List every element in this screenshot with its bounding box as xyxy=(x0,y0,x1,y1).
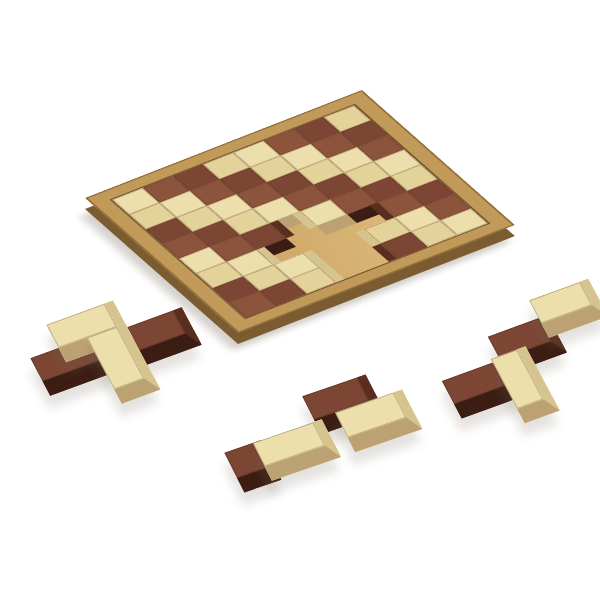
product-photo-scene xyxy=(0,0,600,600)
puzzle-tray-frame xyxy=(85,90,515,333)
